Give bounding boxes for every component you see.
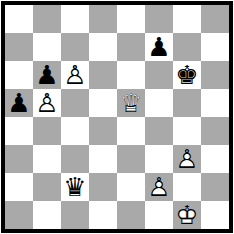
square-b7[interactable] (33, 33, 61, 61)
square-h6[interactable] (201, 61, 229, 89)
piece-white-pawn: ♟♙ (33, 89, 61, 117)
piece-white-queen: ♛♕ (117, 89, 145, 117)
square-g2[interactable] (173, 173, 201, 201)
square-b1[interactable] (33, 201, 61, 229)
square-e3[interactable] (117, 145, 145, 173)
square-e7[interactable] (117, 33, 145, 61)
square-f3[interactable] (145, 145, 173, 173)
square-h3[interactable] (201, 145, 229, 173)
square-b6[interactable]: ♟ (33, 61, 61, 89)
white-king-icon: ♔ (175, 202, 198, 228)
chess-board-frame: ♟♟♟♙♚♟♟♙♛♕♟♙♛♟♙♚♔ (1, 1, 233, 233)
piece-black-pawn: ♟ (33, 61, 61, 89)
square-d4[interactable] (89, 117, 117, 145)
square-g8[interactable] (173, 5, 201, 33)
square-f1[interactable] (145, 201, 173, 229)
square-d1[interactable] (89, 201, 117, 229)
white-pawn-icon: ♙ (63, 62, 86, 88)
piece-black-pawn: ♟ (145, 33, 173, 61)
square-h2[interactable] (201, 173, 229, 201)
square-b5[interactable]: ♟♙ (33, 89, 61, 117)
piece-white-pawn: ♟♙ (145, 173, 173, 201)
square-h1[interactable] (201, 201, 229, 229)
square-b4[interactable] (33, 117, 61, 145)
square-f5[interactable] (145, 89, 173, 117)
square-b3[interactable] (33, 145, 61, 173)
black-king-icon: ♚ (175, 62, 198, 88)
square-e5[interactable]: ♛♕ (117, 89, 145, 117)
square-f4[interactable] (145, 117, 173, 145)
chess-board: ♟♟♟♙♚♟♟♙♛♕♟♙♛♟♙♚♔ (5, 5, 229, 229)
square-d3[interactable] (89, 145, 117, 173)
square-d2[interactable] (89, 173, 117, 201)
square-d8[interactable] (89, 5, 117, 33)
square-e6[interactable] (117, 61, 145, 89)
square-f6[interactable] (145, 61, 173, 89)
white-pawn-icon: ♙ (175, 146, 198, 172)
square-g3[interactable]: ♟♙ (173, 145, 201, 173)
black-pawn-icon: ♟ (7, 90, 30, 116)
white-queen-icon: ♕ (119, 90, 142, 116)
square-e4[interactable] (117, 117, 145, 145)
square-c8[interactable] (61, 5, 89, 33)
square-e2[interactable] (117, 173, 145, 201)
square-a6[interactable] (5, 61, 33, 89)
piece-black-pawn: ♟ (5, 89, 33, 117)
square-h5[interactable] (201, 89, 229, 117)
square-d7[interactable] (89, 33, 117, 61)
square-e8[interactable] (117, 5, 145, 33)
square-h8[interactable] (201, 5, 229, 33)
square-h4[interactable] (201, 117, 229, 145)
white-pawn-icon: ♙ (35, 90, 58, 116)
square-g4[interactable] (173, 117, 201, 145)
piece-black-queen: ♛ (61, 173, 89, 201)
square-c7[interactable] (61, 33, 89, 61)
square-c2[interactable]: ♛ (61, 173, 89, 201)
square-a5[interactable]: ♟ (5, 89, 33, 117)
square-e1[interactable] (117, 201, 145, 229)
black-pawn-icon: ♟ (35, 62, 58, 88)
square-f7[interactable]: ♟ (145, 33, 173, 61)
square-a1[interactable] (5, 201, 33, 229)
square-b2[interactable] (33, 173, 61, 201)
piece-white-king: ♚♔ (173, 201, 201, 229)
white-pawn-icon: ♙ (147, 174, 170, 200)
square-g7[interactable] (173, 33, 201, 61)
square-a2[interactable] (5, 173, 33, 201)
square-a7[interactable] (5, 33, 33, 61)
black-pawn-icon: ♟ (147, 34, 170, 60)
square-f2[interactable]: ♟♙ (145, 173, 173, 201)
square-d6[interactable] (89, 61, 117, 89)
black-queen-icon: ♛ (63, 174, 86, 200)
square-g6[interactable]: ♚ (173, 61, 201, 89)
square-a3[interactable] (5, 145, 33, 173)
square-b8[interactable] (33, 5, 61, 33)
square-a4[interactable] (5, 117, 33, 145)
square-g1[interactable]: ♚♔ (173, 201, 201, 229)
square-c1[interactable] (61, 201, 89, 229)
square-d5[interactable] (89, 89, 117, 117)
square-a8[interactable] (5, 5, 33, 33)
square-g5[interactable] (173, 89, 201, 117)
piece-black-king: ♚ (173, 61, 201, 89)
square-c6[interactable]: ♟♙ (61, 61, 89, 89)
square-c4[interactable] (61, 117, 89, 145)
piece-white-pawn: ♟♙ (61, 61, 89, 89)
square-c3[interactable] (61, 145, 89, 173)
square-h7[interactable] (201, 33, 229, 61)
square-f8[interactable] (145, 5, 173, 33)
piece-white-pawn: ♟♙ (173, 145, 201, 173)
square-c5[interactable] (61, 89, 89, 117)
